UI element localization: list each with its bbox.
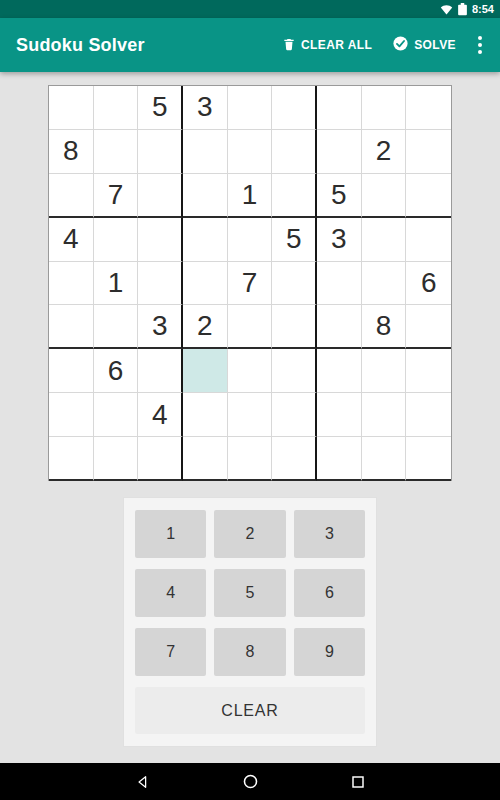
sudoku-cell[interactable] — [228, 393, 273, 437]
home-icon[interactable] — [241, 773, 259, 791]
sudoku-cell[interactable] — [94, 305, 139, 349]
sudoku-cell[interactable] — [49, 393, 94, 437]
sudoku-cell[interactable]: 5 — [317, 174, 362, 218]
recents-icon[interactable] — [349, 773, 367, 791]
sudoku-cell[interactable] — [317, 305, 362, 349]
sudoku-cell[interactable] — [138, 437, 183, 481]
sudoku-cell[interactable] — [406, 305, 451, 349]
sudoku-cell[interactable] — [362, 86, 407, 130]
sudoku-cell[interactable] — [272, 437, 317, 481]
sudoku-cell[interactable] — [272, 130, 317, 174]
sudoku-cell[interactable]: 8 — [49, 130, 94, 174]
sudoku-cell[interactable]: 7 — [228, 262, 273, 306]
sudoku-cell[interactable]: 6 — [406, 262, 451, 306]
keypad-button-5[interactable]: 5 — [214, 569, 285, 617]
sudoku-cell[interactable] — [317, 262, 362, 306]
sudoku-cell[interactable] — [406, 393, 451, 437]
sudoku-cell[interactable]: 2 — [362, 130, 407, 174]
sudoku-cell[interactable] — [317, 130, 362, 174]
keypad-button-6[interactable]: 6 — [294, 569, 365, 617]
sudoku-cell[interactable] — [183, 174, 228, 218]
sudoku-cell[interactable] — [183, 349, 228, 393]
android-nav-bar — [0, 763, 500, 800]
keypad-clear-button[interactable]: CLEAR — [135, 687, 365, 734]
sudoku-cell[interactable] — [49, 305, 94, 349]
back-icon[interactable] — [133, 773, 151, 791]
sudoku-cell[interactable] — [94, 130, 139, 174]
sudoku-cell[interactable] — [228, 437, 273, 481]
sudoku-cell[interactable] — [183, 130, 228, 174]
sudoku-cell[interactable] — [228, 305, 273, 349]
sudoku-cell[interactable] — [406, 86, 451, 130]
sudoku-cell[interactable] — [228, 349, 273, 393]
sudoku-cell[interactable] — [317, 437, 362, 481]
sudoku-cell[interactable] — [272, 262, 317, 306]
sudoku-cell[interactable] — [94, 86, 139, 130]
clock-time: 8:54 — [472, 0, 494, 18]
sudoku-cell[interactable]: 1 — [228, 174, 273, 218]
sudoku-cell[interactable] — [406, 174, 451, 218]
sudoku-cell[interactable] — [94, 393, 139, 437]
sudoku-cell[interactable]: 3 — [138, 305, 183, 349]
sudoku-cell[interactable] — [49, 262, 94, 306]
sudoku-cell[interactable]: 8 — [362, 305, 407, 349]
sudoku-cell[interactable] — [272, 305, 317, 349]
solve-label: SOLVE — [414, 38, 456, 52]
keypad-button-4[interactable]: 4 — [135, 569, 206, 617]
page-title: Sudoku Solver — [16, 35, 262, 56]
sudoku-cell[interactable] — [228, 86, 273, 130]
sudoku-cell[interactable] — [406, 218, 451, 262]
status-bar: 8:54 — [0, 0, 500, 18]
sudoku-cell[interactable] — [183, 437, 228, 481]
app-bar: Sudoku Solver CLEAR ALL SOLVE — [0, 18, 500, 72]
sudoku-cell[interactable] — [183, 218, 228, 262]
sudoku-cell[interactable] — [272, 174, 317, 218]
sudoku-cell[interactable]: 2 — [183, 305, 228, 349]
check-circle-icon — [392, 35, 409, 55]
keypad-button-3[interactable]: 3 — [294, 510, 365, 558]
sudoku-cell[interactable] — [406, 437, 451, 481]
sudoku-cell[interactable] — [362, 174, 407, 218]
sudoku-cell[interactable] — [406, 349, 451, 393]
sudoku-cell[interactable] — [317, 393, 362, 437]
sudoku-cell[interactable] — [362, 218, 407, 262]
keypad-button-2[interactable]: 2 — [214, 510, 285, 558]
sudoku-cell[interactable] — [138, 174, 183, 218]
sudoku-cell[interactable] — [362, 262, 407, 306]
keypad-digit-grid: 123456789 — [135, 510, 365, 676]
clear-all-label: CLEAR ALL — [301, 38, 372, 52]
sudoku-cell[interactable]: 1 — [94, 262, 139, 306]
sudoku-cell[interactable] — [272, 349, 317, 393]
sudoku-cell[interactable] — [317, 86, 362, 130]
sudoku-cell[interactable] — [183, 262, 228, 306]
sudoku-cell[interactable]: 3 — [183, 86, 228, 130]
sudoku-cell[interactable]: 4 — [138, 393, 183, 437]
sudoku-cell[interactable] — [49, 437, 94, 481]
sudoku-cell[interactable] — [362, 393, 407, 437]
sudoku-cell[interactable] — [362, 437, 407, 481]
sudoku-cell[interactable] — [183, 393, 228, 437]
sudoku-cell[interactable]: 4 — [49, 218, 94, 262]
wifi-icon — [440, 3, 453, 16]
sudoku-cell[interactable] — [138, 218, 183, 262]
sudoku-cell[interactable] — [406, 130, 451, 174]
sudoku-cell[interactable] — [272, 393, 317, 437]
sudoku-cell[interactable]: 6 — [94, 349, 139, 393]
sudoku-cell[interactable] — [94, 437, 139, 481]
sudoku-cell[interactable]: 5 — [272, 218, 317, 262]
trash-icon — [282, 36, 296, 55]
sudoku-cell[interactable]: 5 — [138, 86, 183, 130]
keypad-button-1[interactable]: 1 — [135, 510, 206, 558]
sudoku-grid: 538271545317632864 — [48, 85, 452, 481]
sudoku-cell[interactable] — [138, 262, 183, 306]
sudoku-cell[interactable]: 3 — [317, 218, 362, 262]
sudoku-cell[interactable] — [49, 86, 94, 130]
sudoku-cell[interactable] — [138, 349, 183, 393]
sudoku-cell[interactable]: 7 — [94, 174, 139, 218]
solve-button[interactable]: SOLVE — [392, 35, 456, 55]
sudoku-cell[interactable] — [94, 218, 139, 262]
overflow-menu-icon[interactable] — [474, 34, 486, 56]
sudoku-cell[interactable] — [228, 218, 273, 262]
clear-all-button[interactable]: CLEAR ALL — [282, 36, 372, 55]
sudoku-cell[interactable] — [317, 349, 362, 393]
sudoku-cell[interactable] — [362, 349, 407, 393]
sudoku-cell[interactable] — [49, 349, 94, 393]
battery-icon — [458, 2, 467, 16]
keypad-button-7[interactable]: 7 — [135, 628, 206, 676]
sudoku-cell[interactable] — [228, 130, 273, 174]
keypad-button-8[interactable]: 8 — [214, 628, 285, 676]
number-keypad: 123456789 CLEAR — [123, 497, 377, 747]
keypad-button-9[interactable]: 9 — [294, 628, 365, 676]
sudoku-cell[interactable] — [49, 174, 94, 218]
sudoku-cell[interactable] — [272, 86, 317, 130]
sudoku-cell[interactable] — [138, 130, 183, 174]
